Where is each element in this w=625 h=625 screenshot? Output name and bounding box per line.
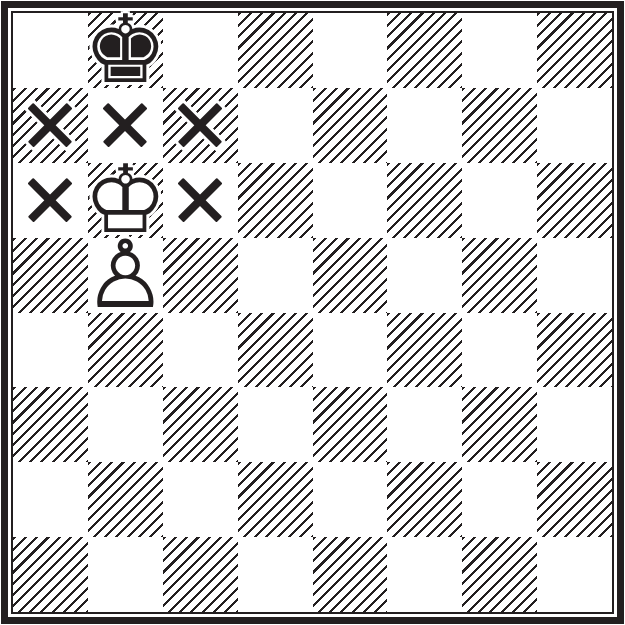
- square-b2[interactable]: [88, 462, 163, 537]
- square-e4[interactable]: [313, 313, 388, 388]
- square-b8[interactable]: ♚♚: [88, 13, 163, 88]
- square-a3[interactable]: [13, 387, 88, 462]
- x-mark-c6: [172, 172, 228, 228]
- square-a4[interactable]: [13, 313, 88, 388]
- x-mark-a6: [22, 172, 78, 228]
- square-a1[interactable]: [13, 537, 88, 612]
- white-king-b6[interactable]: ♚♔: [88, 163, 163, 238]
- square-g7[interactable]: [462, 88, 537, 163]
- square-e3[interactable]: [313, 387, 388, 462]
- white-king-fill-icon: ♚: [88, 163, 163, 238]
- white-pawn-b5[interactable]: ♟♙: [88, 238, 163, 313]
- black-king-fill-icon: ♚: [88, 13, 163, 88]
- square-h7[interactable]: [537, 88, 612, 163]
- x-mark-c7: [172, 97, 228, 153]
- square-c4[interactable]: [163, 313, 238, 388]
- square-f5[interactable]: [387, 238, 462, 313]
- square-e8[interactable]: [313, 13, 388, 88]
- square-c8[interactable]: [163, 13, 238, 88]
- square-c3[interactable]: [163, 387, 238, 462]
- square-g5[interactable]: [462, 238, 537, 313]
- square-f8[interactable]: [387, 13, 462, 88]
- square-e5[interactable]: [313, 238, 388, 313]
- square-f4[interactable]: [387, 313, 462, 388]
- square-d7[interactable]: [238, 88, 313, 163]
- square-h4[interactable]: [537, 313, 612, 388]
- square-d4[interactable]: [238, 313, 313, 388]
- square-a2[interactable]: [13, 462, 88, 537]
- square-d5[interactable]: [238, 238, 313, 313]
- square-d1[interactable]: [238, 537, 313, 612]
- square-g2[interactable]: [462, 462, 537, 537]
- square-f3[interactable]: [387, 387, 462, 462]
- square-f7[interactable]: [387, 88, 462, 163]
- square-f1[interactable]: [387, 537, 462, 612]
- white-pawn-fill-icon: ♟: [88, 238, 163, 313]
- square-d6[interactable]: [238, 163, 313, 238]
- square-b6[interactable]: ♚♔: [88, 163, 163, 238]
- square-g1[interactable]: [462, 537, 537, 612]
- square-a8[interactable]: [13, 13, 88, 88]
- square-e1[interactable]: [313, 537, 388, 612]
- x-mark-a7: [22, 97, 78, 153]
- square-f2[interactable]: [387, 462, 462, 537]
- white-king-icon: ♔: [88, 163, 163, 238]
- square-g8[interactable]: [462, 13, 537, 88]
- square-c2[interactable]: [163, 462, 238, 537]
- board: ♚♚♚♔♟♙: [11, 11, 614, 614]
- white-pawn-icon: ♙: [88, 238, 163, 313]
- square-h1[interactable]: [537, 537, 612, 612]
- square-a7[interactable]: [13, 88, 88, 163]
- square-h6[interactable]: [537, 163, 612, 238]
- square-d8[interactable]: [238, 13, 313, 88]
- square-d2[interactable]: [238, 462, 313, 537]
- black-king-icon: ♚: [88, 13, 163, 88]
- square-f6[interactable]: [387, 163, 462, 238]
- square-b5[interactable]: ♟♙: [88, 238, 163, 313]
- chess-diagram: ♚♚♚♔♟♙: [0, 0, 625, 625]
- square-e7[interactable]: [313, 88, 388, 163]
- black-king-b8[interactable]: ♚♚: [88, 13, 163, 88]
- square-b1[interactable]: [88, 537, 163, 612]
- square-d3[interactable]: [238, 387, 313, 462]
- square-h8[interactable]: [537, 13, 612, 88]
- board-frame: ♚♚♚♔♟♙: [1, 1, 624, 624]
- square-b7[interactable]: [88, 88, 163, 163]
- square-g3[interactable]: [462, 387, 537, 462]
- square-g6[interactable]: [462, 163, 537, 238]
- square-h5[interactable]: [537, 238, 612, 313]
- square-h2[interactable]: [537, 462, 612, 537]
- square-a5[interactable]: [13, 238, 88, 313]
- square-c6[interactable]: [163, 163, 238, 238]
- square-h3[interactable]: [537, 387, 612, 462]
- square-c7[interactable]: [163, 88, 238, 163]
- square-c1[interactable]: [163, 537, 238, 612]
- square-g4[interactable]: [462, 313, 537, 388]
- square-b3[interactable]: [88, 387, 163, 462]
- square-a6[interactable]: [13, 163, 88, 238]
- x-mark-b7: [97, 97, 153, 153]
- square-c5[interactable]: [163, 238, 238, 313]
- square-e6[interactable]: [313, 163, 388, 238]
- square-b4[interactable]: [88, 313, 163, 388]
- square-e2[interactable]: [313, 462, 388, 537]
